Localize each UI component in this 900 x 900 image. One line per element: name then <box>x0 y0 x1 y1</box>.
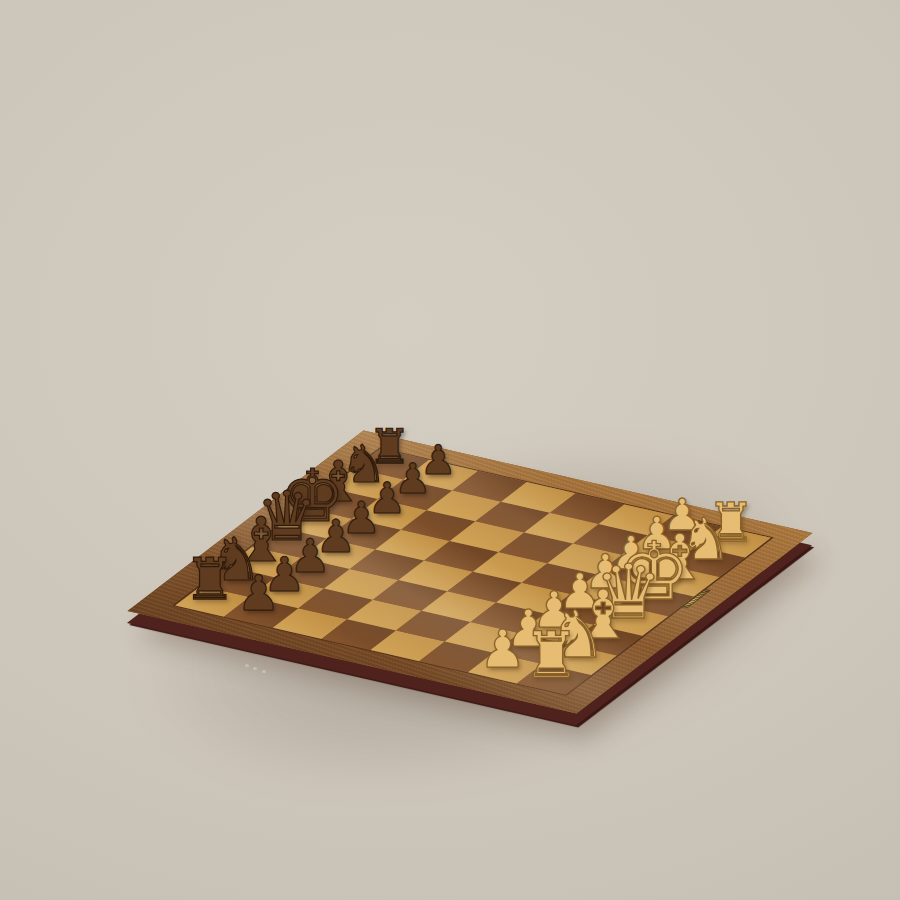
backdrop: ♜♞♝♛♚♝♞♜♟♟♟♟♟♟♟♟♟♟♟♟♟♟♟♟♜♞♝♛♚♝♞♜ <box>0 0 900 900</box>
black-rook[interactable]: ♜ <box>184 551 236 609</box>
white-pawn[interactable]: ♟ <box>479 623 526 675</box>
edge-speck <box>245 664 249 667</box>
edge-speck <box>253 667 257 670</box>
black-pawn[interactable]: ♟ <box>237 570 281 619</box>
white-rook[interactable]: ♜ <box>523 624 580 687</box>
edge-speck <box>262 670 266 673</box>
